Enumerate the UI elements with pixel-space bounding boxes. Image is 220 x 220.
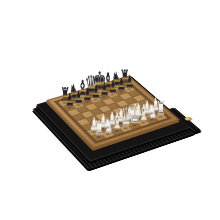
black-pawn: ♟ — [82, 86, 91, 103]
black-pawn: ♟ — [65, 91, 74, 108]
black-pawn: ♟ — [74, 89, 83, 106]
square-a1: ♜ — [92, 133, 106, 141]
black-pawn: ♟ — [125, 73, 134, 90]
square-b6 — [76, 106, 90, 113]
chess-set: ♜♞♝♛♚♝♞♜♟♟♟♟♟♟♟♟♟♟♟♟♟♟♟♟♜♞♝♛♚♝♞♜ — [46, 76, 180, 149]
black-pawn: ♟ — [116, 76, 125, 93]
black-pawn: ♟ — [91, 83, 100, 100]
black-pawn: ♟ — [108, 78, 117, 95]
white-rook: ♜ — [93, 118, 104, 138]
product-photo: ♜♞♝♛♚♝♞♜♟♟♟♟♟♟♟♟♟♟♟♟♟♟♟♟♜♞♝♛♚♝♞♜ — [0, 0, 220, 220]
black-pawn: ♟ — [100, 81, 109, 98]
